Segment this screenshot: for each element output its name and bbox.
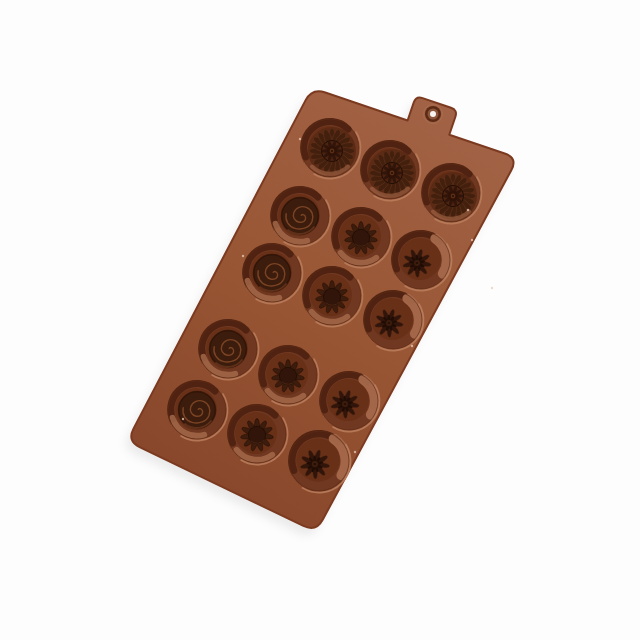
dust-speck: [471, 239, 473, 241]
dust-speck: [411, 345, 413, 347]
dust-speck: [491, 287, 493, 289]
dust-speck: [354, 451, 356, 453]
dust-speck: [182, 418, 184, 420]
dust-speck: [242, 255, 244, 257]
chocolate-mold-photo: [0, 0, 640, 640]
product-photo: Top-down product photo of a chocolate-br…: [0, 0, 640, 640]
hang-tab-hole: [424, 105, 443, 124]
dust-speck: [299, 138, 301, 140]
dust-speck: [467, 209, 469, 211]
